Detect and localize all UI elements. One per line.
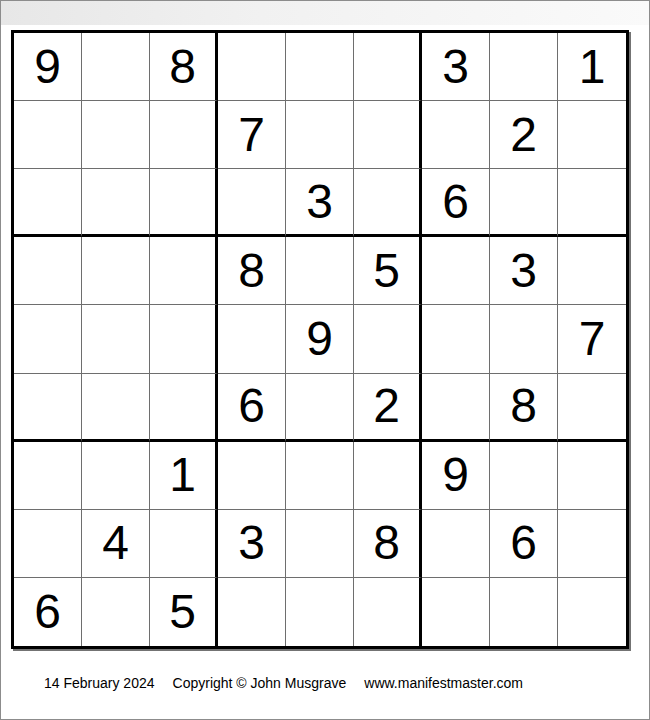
sudoku-cell-r6c4[interactable]: 6 [218,374,286,442]
sudoku-cell-r8c4[interactable]: 3 [218,510,286,578]
sudoku-cell-r9c8[interactable] [490,578,558,646]
sudoku-cell-r8c2[interactable]: 4 [82,510,150,578]
sudoku-cell-r4c1[interactable] [14,237,82,305]
footer-date: 14 February 2024 [44,675,155,691]
sudoku-cell-r5c5[interactable]: 9 [286,305,354,373]
sudoku-cell-r9c9[interactable] [558,578,626,646]
sudoku-cell-r7c9[interactable] [558,442,626,510]
sudoku-cell-r2c3[interactable] [150,101,218,169]
sudoku-board: 983172368539762819438665 [11,30,629,649]
sudoku-cell-r7c3[interactable]: 1 [150,442,218,510]
sudoku-cell-r7c5[interactable] [286,442,354,510]
sudoku-cell-r2c7[interactable] [422,101,490,169]
sudoku-cell-r9c1[interactable]: 6 [14,578,82,646]
sudoku-cell-r1c1[interactable]: 9 [14,33,82,101]
sudoku-cell-r1c4[interactable] [218,33,286,101]
sudoku-cell-r9c4[interactable] [218,578,286,646]
sudoku-cell-r2c6[interactable] [354,101,422,169]
sudoku-cell-r2c4[interactable]: 7 [218,101,286,169]
sudoku-cell-r2c9[interactable] [558,101,626,169]
sudoku-cell-r9c6[interactable] [354,578,422,646]
sudoku-cell-r8c1[interactable] [14,510,82,578]
sudoku-cell-r1c7[interactable]: 3 [422,33,490,101]
sudoku-cell-r3c2[interactable] [82,169,150,237]
sudoku-cell-r4c4[interactable]: 8 [218,237,286,305]
sudoku-cell-r3c9[interactable] [558,169,626,237]
sudoku-cell-r4c7[interactable] [422,237,490,305]
footer-copyright: Copyright © John Musgrave [173,675,347,691]
sudoku-cell-r4c6[interactable]: 5 [354,237,422,305]
sudoku-cell-r5c6[interactable] [354,305,422,373]
sudoku-cell-r6c6[interactable]: 2 [354,374,422,442]
sudoku-cell-r8c6[interactable]: 8 [354,510,422,578]
sudoku-cell-r4c5[interactable] [286,237,354,305]
sudoku-cell-r3c5[interactable]: 3 [286,169,354,237]
sudoku-cell-r7c4[interactable] [218,442,286,510]
sudoku-cell-r9c3[interactable]: 5 [150,578,218,646]
sudoku-cell-r6c5[interactable] [286,374,354,442]
sudoku-cell-r8c9[interactable] [558,510,626,578]
sudoku-cell-r6c1[interactable] [14,374,82,442]
sudoku-cell-r1c6[interactable] [354,33,422,101]
sudoku-cell-r4c3[interactable] [150,237,218,305]
sudoku-cell-r9c2[interactable] [82,578,150,646]
sudoku-cell-r3c4[interactable] [218,169,286,237]
sudoku-cell-r1c8[interactable] [490,33,558,101]
sudoku-cell-r6c9[interactable] [558,374,626,442]
page-top-band [1,1,649,25]
sudoku-cell-r2c1[interactable] [14,101,82,169]
sudoku-cell-r4c2[interactable] [82,237,150,305]
sudoku-cell-r4c9[interactable] [558,237,626,305]
sudoku-cell-r7c7[interactable]: 9 [422,442,490,510]
sudoku-cell-r5c9[interactable]: 7 [558,305,626,373]
sudoku-cell-r7c1[interactable] [14,442,82,510]
sudoku-cell-r7c6[interactable] [354,442,422,510]
sudoku-cell-r4c8[interactable]: 3 [490,237,558,305]
sudoku-cell-r3c6[interactable] [354,169,422,237]
sudoku-cell-r1c3[interactable]: 8 [150,33,218,101]
sudoku-cell-r5c1[interactable] [14,305,82,373]
sudoku-cell-r3c3[interactable] [150,169,218,237]
sudoku-cell-r8c5[interactable] [286,510,354,578]
sudoku-cell-r9c5[interactable] [286,578,354,646]
sudoku-cell-r1c2[interactable] [82,33,150,101]
sudoku-cell-r8c3[interactable] [150,510,218,578]
sudoku-cell-r6c8[interactable]: 8 [490,374,558,442]
sudoku-cell-r8c8[interactable]: 6 [490,510,558,578]
sudoku-cell-r6c7[interactable] [422,374,490,442]
sudoku-cell-r7c2[interactable] [82,442,150,510]
sudoku-cell-r8c7[interactable] [422,510,490,578]
sudoku-cell-r7c8[interactable] [490,442,558,510]
sudoku-cell-r1c9[interactable]: 1 [558,33,626,101]
sudoku-cell-r5c4[interactable] [218,305,286,373]
sudoku-cell-r5c3[interactable] [150,305,218,373]
sudoku-cell-r3c1[interactable] [14,169,82,237]
sudoku-cell-r2c5[interactable] [286,101,354,169]
sudoku-cell-r6c2[interactable] [82,374,150,442]
sudoku-cell-r2c2[interactable] [82,101,150,169]
sudoku-cell-r9c7[interactable] [422,578,490,646]
footer-website: www.manifestmaster.com [364,675,523,691]
sudoku-cell-r5c8[interactable] [490,305,558,373]
footer: 14 February 2024 Copyright © John Musgra… [44,675,523,691]
sudoku-cell-r1c5[interactable] [286,33,354,101]
sudoku-cell-r2c8[interactable]: 2 [490,101,558,169]
sudoku-cell-r6c3[interactable] [150,374,218,442]
sudoku-cell-r5c7[interactable] [422,305,490,373]
sudoku-cell-r5c2[interactable] [82,305,150,373]
sudoku-cell-r3c8[interactable] [490,169,558,237]
sudoku-cell-r3c7[interactable]: 6 [422,169,490,237]
sudoku-page: 983172368539762819438665 14 February 202… [0,0,650,720]
